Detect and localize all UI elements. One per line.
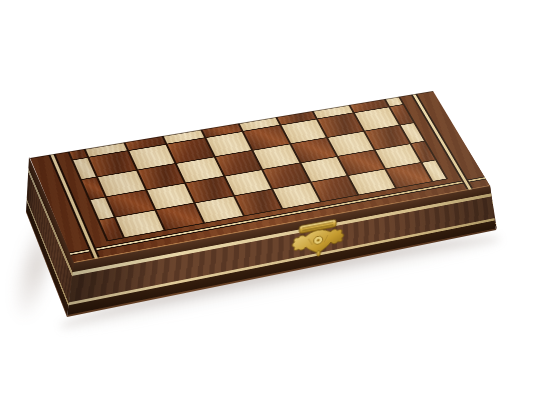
product-photo-scene (0, 0, 542, 412)
